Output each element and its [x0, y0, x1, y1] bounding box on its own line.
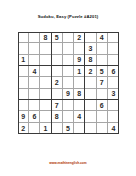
cell-r7c4: 7 [52, 100, 63, 111]
cell-r7c7 [85, 100, 96, 111]
cell-r8c6: 4 [74, 111, 85, 122]
cell-r2c3 [40, 43, 51, 54]
cell-r7c9 [108, 100, 119, 111]
cell-r8c5 [63, 111, 74, 122]
cell-r6c4 [52, 89, 63, 100]
cell-r3c5 [63, 55, 74, 66]
sudoku-page: Sudoku, Easy (Puzzle #A201) 852431984125… [0, 0, 136, 176]
cell-r1c2 [29, 32, 40, 43]
cell-r5c9 [108, 77, 119, 88]
cell-r3c1: 1 [18, 55, 29, 66]
cell-r5c8: 7 [97, 77, 108, 88]
cell-r4c5 [63, 66, 74, 77]
cell-r5c5 [63, 77, 74, 88]
cell-r7c2 [29, 100, 40, 111]
cell-r5c6 [74, 77, 85, 88]
cell-r9c9: 4 [108, 123, 119, 134]
cell-r9c2 [29, 123, 40, 134]
cell-r7c8: 6 [97, 100, 108, 111]
cell-r1c1 [18, 32, 29, 43]
cell-r6c9: 3 [108, 89, 119, 100]
cell-r9c4 [52, 123, 63, 134]
cell-r7c3 [40, 100, 51, 111]
website-footer: www.mathinenglish.com [0, 161, 136, 165]
cell-r9c3: 1 [40, 123, 51, 134]
cell-r6c6: 8 [74, 89, 85, 100]
cell-r4c9: 6 [108, 66, 119, 77]
cell-r5c2 [29, 77, 40, 88]
cell-r1c7 [85, 32, 96, 43]
cell-r3c8 [97, 55, 108, 66]
cell-r2c7: 3 [85, 43, 96, 54]
cell-r2c2 [29, 43, 40, 54]
cell-r5c7 [85, 77, 96, 88]
cell-r4c7: 2 [85, 66, 96, 77]
cell-r6c7 [85, 89, 96, 100]
cell-r8c2: 6 [29, 111, 40, 122]
cell-r2c9 [108, 43, 119, 54]
cell-r1c8: 4 [97, 32, 108, 43]
page-title: Sudoku, Easy (Puzzle #A201) [0, 14, 136, 19]
cell-r2c5 [63, 43, 74, 54]
cell-r4c6: 1 [74, 66, 85, 77]
cell-r6c2 [29, 89, 40, 100]
cell-r2c6 [74, 43, 85, 54]
cell-r3c4 [52, 55, 63, 66]
cell-r6c3 [40, 89, 51, 100]
cell-r9c5: 5 [63, 123, 74, 134]
cell-r9c1: 2 [18, 123, 29, 134]
cell-r1c5 [63, 32, 74, 43]
cell-r2c8 [97, 43, 108, 54]
cell-r3c7: 8 [85, 55, 96, 66]
cell-r8c9 [108, 111, 119, 122]
cell-r4c4 [52, 66, 63, 77]
cell-r1c9 [108, 32, 119, 43]
cell-r4c3 [40, 66, 51, 77]
cell-r1c3: 8 [40, 32, 51, 43]
cell-r8c8 [97, 111, 108, 122]
cell-r4c1 [18, 66, 29, 77]
cell-r8c4: 8 [52, 111, 63, 122]
cell-r5c1 [18, 77, 29, 88]
cell-r6c1 [18, 89, 29, 100]
cell-r9c6 [74, 123, 85, 134]
cell-r8c3 [40, 111, 51, 122]
cell-r3c6: 9 [74, 55, 85, 66]
sudoku-cells: 8524319841256279837696842154 [18, 32, 119, 134]
cell-r9c7 [85, 123, 96, 134]
cell-r5c3 [40, 77, 51, 88]
cell-r7c5 [63, 100, 74, 111]
cell-r9c8 [97, 123, 108, 134]
cell-r3c9 [108, 55, 119, 66]
cell-r4c8: 5 [97, 66, 108, 77]
sudoku-board: 8524319841256279837696842154 [18, 32, 119, 134]
cell-r4c2: 4 [29, 66, 40, 77]
cell-r8c7 [85, 111, 96, 122]
cell-r6c8 [97, 89, 108, 100]
cell-r1c4: 5 [52, 32, 63, 43]
cell-r5c4: 2 [52, 77, 63, 88]
cell-r2c1 [18, 43, 29, 54]
cell-r3c2 [29, 55, 40, 66]
cell-r1c6: 2 [74, 32, 85, 43]
cell-r8c1: 9 [18, 111, 29, 122]
cell-r7c1 [18, 100, 29, 111]
cell-r2c4 [52, 43, 63, 54]
cell-r3c3 [40, 55, 51, 66]
cell-r6c5: 9 [63, 89, 74, 100]
cell-r7c6 [74, 100, 85, 111]
